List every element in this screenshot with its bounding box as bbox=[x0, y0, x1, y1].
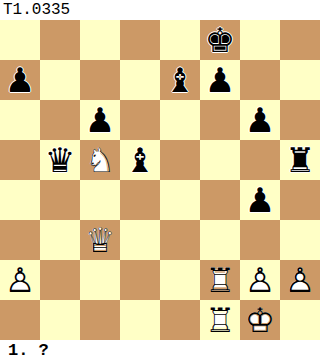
black-queen-icon: ♛ bbox=[40, 140, 80, 180]
square-f8[interactable]: ♚ bbox=[200, 20, 240, 60]
square-f2[interactable]: ♜♖ bbox=[200, 260, 240, 300]
square-h1[interactable] bbox=[280, 300, 320, 340]
square-f1[interactable]: ♜♖ bbox=[200, 300, 240, 340]
square-d6[interactable] bbox=[120, 100, 160, 140]
square-e6[interactable] bbox=[160, 100, 200, 140]
square-b8[interactable] bbox=[40, 20, 80, 60]
square-c6[interactable]: ♟ bbox=[80, 100, 120, 140]
black-king-icon: ♚ bbox=[200, 20, 240, 60]
chess-puzzle-app: T1.0335 ♚♟♝♟♟♟♛♞♘♝♜♟♛♕♟♙♜♖♟♙♟♙♜♖♚♔ 1. ? bbox=[0, 0, 320, 360]
square-d1[interactable] bbox=[120, 300, 160, 340]
square-h3[interactable] bbox=[280, 220, 320, 260]
square-d3[interactable] bbox=[120, 220, 160, 260]
square-d8[interactable] bbox=[120, 20, 160, 60]
white-king-icon: ♚♔ bbox=[240, 300, 280, 340]
square-a7[interactable]: ♟ bbox=[0, 60, 40, 100]
square-a6[interactable] bbox=[0, 100, 40, 140]
square-a8[interactable] bbox=[0, 20, 40, 60]
square-c8[interactable] bbox=[80, 20, 120, 60]
square-b2[interactable] bbox=[40, 260, 80, 300]
puzzle-id: T1.0335 bbox=[0, 0, 320, 20]
chess-board: ♚♟♝♟♟♟♛♞♘♝♜♟♛♕♟♙♜♖♟♙♟♙♜♖♚♔ bbox=[0, 20, 320, 340]
black-rook-icon: ♜ bbox=[280, 140, 320, 180]
square-h5[interactable]: ♜ bbox=[280, 140, 320, 180]
white-knight-icon: ♞♘ bbox=[80, 140, 120, 180]
black-pawn-icon: ♟ bbox=[80, 100, 120, 140]
black-pawn-icon: ♟ bbox=[240, 100, 280, 140]
square-b5[interactable]: ♛ bbox=[40, 140, 80, 180]
square-b7[interactable] bbox=[40, 60, 80, 100]
square-a3[interactable] bbox=[0, 220, 40, 260]
square-h8[interactable] bbox=[280, 20, 320, 60]
white-pawn-icon: ♟♙ bbox=[280, 260, 320, 300]
square-f5[interactable] bbox=[200, 140, 240, 180]
square-g4[interactable]: ♟ bbox=[240, 180, 280, 220]
square-c3[interactable]: ♛♕ bbox=[80, 220, 120, 260]
square-c7[interactable] bbox=[80, 60, 120, 100]
black-bishop-icon: ♝ bbox=[160, 60, 200, 100]
square-g3[interactable] bbox=[240, 220, 280, 260]
square-a4[interactable] bbox=[0, 180, 40, 220]
square-c1[interactable] bbox=[80, 300, 120, 340]
square-b6[interactable] bbox=[40, 100, 80, 140]
white-pawn-icon: ♟♙ bbox=[0, 260, 40, 300]
square-e2[interactable] bbox=[160, 260, 200, 300]
square-a5[interactable] bbox=[0, 140, 40, 180]
square-g6[interactable]: ♟ bbox=[240, 100, 280, 140]
move-prompt: 1. ? bbox=[0, 340, 320, 360]
square-f4[interactable] bbox=[200, 180, 240, 220]
black-pawn-icon: ♟ bbox=[240, 180, 280, 220]
square-g2[interactable]: ♟♙ bbox=[240, 260, 280, 300]
white-queen-icon: ♛♕ bbox=[80, 220, 120, 260]
square-e7[interactable]: ♝ bbox=[160, 60, 200, 100]
square-e3[interactable] bbox=[160, 220, 200, 260]
square-a2[interactable]: ♟♙ bbox=[0, 260, 40, 300]
white-rook-icon: ♜♖ bbox=[200, 260, 240, 300]
square-a1[interactable] bbox=[0, 300, 40, 340]
square-c4[interactable] bbox=[80, 180, 120, 220]
square-b1[interactable] bbox=[40, 300, 80, 340]
white-pawn-icon: ♟♙ bbox=[240, 260, 280, 300]
white-rook-icon: ♜♖ bbox=[200, 300, 240, 340]
square-c2[interactable] bbox=[80, 260, 120, 300]
square-d2[interactable] bbox=[120, 260, 160, 300]
square-f6[interactable] bbox=[200, 100, 240, 140]
square-e1[interactable] bbox=[160, 300, 200, 340]
square-g8[interactable] bbox=[240, 20, 280, 60]
square-h6[interactable] bbox=[280, 100, 320, 140]
square-h2[interactable]: ♟♙ bbox=[280, 260, 320, 300]
black-pawn-icon: ♟ bbox=[200, 60, 240, 100]
square-e5[interactable] bbox=[160, 140, 200, 180]
square-g7[interactable] bbox=[240, 60, 280, 100]
square-f7[interactable]: ♟ bbox=[200, 60, 240, 100]
square-d5[interactable]: ♝ bbox=[120, 140, 160, 180]
square-g5[interactable] bbox=[240, 140, 280, 180]
square-e8[interactable] bbox=[160, 20, 200, 60]
square-d7[interactable] bbox=[120, 60, 160, 100]
square-h4[interactable] bbox=[280, 180, 320, 220]
black-bishop-icon: ♝ bbox=[120, 140, 160, 180]
square-c5[interactable]: ♞♘ bbox=[80, 140, 120, 180]
black-pawn-icon: ♟ bbox=[0, 60, 40, 100]
square-f3[interactable] bbox=[200, 220, 240, 260]
square-d4[interactable] bbox=[120, 180, 160, 220]
square-h7[interactable] bbox=[280, 60, 320, 100]
square-g1[interactable]: ♚♔ bbox=[240, 300, 280, 340]
square-b4[interactable] bbox=[40, 180, 80, 220]
square-e4[interactable] bbox=[160, 180, 200, 220]
square-b3[interactable] bbox=[40, 220, 80, 260]
